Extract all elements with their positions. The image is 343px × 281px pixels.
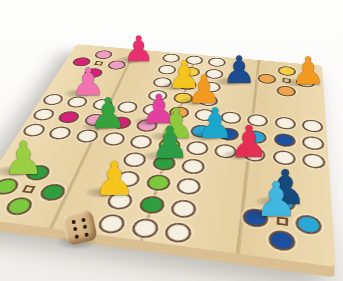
die-pip [84, 232, 89, 237]
finish-circle-pink [56, 110, 82, 124]
die-pip [71, 220, 76, 225]
ludo-photo-scene: ♟♟♟♟♟♟♟♟♟♟♟♟♟♟♟♟ [0, 0, 343, 281]
track-circle [175, 177, 202, 196]
die-pip [73, 227, 78, 232]
pawn-yellow-4[interactable]: ♟ [93, 155, 135, 202]
track-circle [302, 135, 325, 151]
pawn-pink-4[interactable]: ♟ [229, 120, 268, 164]
track-circle [96, 213, 128, 235]
die-pip [81, 218, 86, 223]
track-circle [31, 107, 58, 121]
track-circle [274, 116, 295, 130]
pawn-blue-1[interactable]: ♟ [222, 51, 256, 89]
finish-circle-green [144, 174, 172, 193]
die-pip [74, 234, 79, 239]
home-circle-blue [296, 213, 323, 235]
track-circle [40, 93, 65, 106]
track-circle [163, 221, 193, 244]
finish-circle-blue [273, 132, 295, 147]
pawn-green-1[interactable]: ♟ [89, 93, 127, 135]
finish-circle-green [137, 194, 166, 214]
track-circle [47, 125, 74, 140]
die-pip [83, 224, 88, 229]
track-circle [302, 119, 324, 134]
pawn-green-3[interactable]: ♟ [150, 121, 189, 165]
pawn-blue-4[interactable]: ♟ [255, 175, 298, 223]
pawn-yellow-1[interactable]: ♟ [291, 52, 325, 90]
home-centre-square-yellow [282, 78, 290, 83]
home-centre-square-green [23, 185, 37, 193]
track-circle [129, 217, 160, 239]
home-circle-blue [267, 229, 295, 253]
home-circle-green [3, 196, 36, 217]
pawn-green-4[interactable]: ♟ [3, 135, 44, 181]
home-circle-pink [93, 50, 114, 60]
track-circle [169, 198, 198, 219]
home-circle-yellow [257, 73, 277, 84]
pawn-pink-1[interactable]: ♟ [123, 32, 154, 67]
